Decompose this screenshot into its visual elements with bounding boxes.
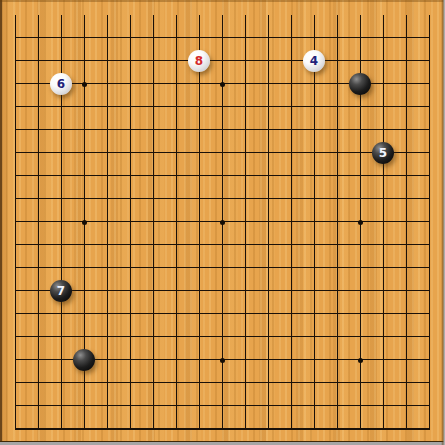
board-edge-left [0,0,3,445]
stone-J17: 8 [188,50,210,72]
move-number-label: 7 [57,285,65,297]
stone-D4 [73,349,95,371]
move-number-label: 5 [379,147,387,159]
stone-C16: 6 [50,73,72,95]
stone-C7: 7 [50,280,72,302]
stone-O17: 4 [303,50,325,72]
board-edge-right [441,0,445,445]
board-edge-bottom [0,441,445,445]
board-edge-top [0,0,445,2]
star-point [220,358,225,363]
move-number-label: 4 [310,55,318,67]
move-number-label: 8 [195,55,203,67]
stone-R13: 5 [372,142,394,164]
star-point [82,220,87,225]
star-point [358,358,363,363]
move-number-label: 6 [57,78,65,90]
star-point [358,220,363,225]
star-point [220,82,225,87]
stone-Q16 [349,73,371,95]
star-point [82,82,87,87]
star-point [220,220,225,225]
go-board[interactable]: 45678 [0,0,445,445]
